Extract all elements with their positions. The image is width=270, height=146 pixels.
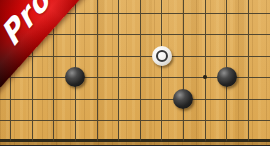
board-cell[interactable] (97, 56, 119, 78)
board-cell[interactable] (97, 34, 119, 56)
board-cell[interactable] (53, 99, 75, 121)
circle-marker (156, 50, 168, 62)
board-cell[interactable] (205, 120, 227, 142)
board-bottom-edge (0, 142, 270, 146)
board-cell[interactable] (75, 99, 97, 121)
board-cell[interactable] (226, 34, 248, 56)
board-cell[interactable] (248, 56, 270, 78)
board-cell[interactable] (183, 34, 205, 56)
board-cell[interactable] (140, 77, 162, 99)
board-cell[interactable] (53, 120, 75, 142)
board-cell[interactable] (161, 13, 183, 35)
board-cell[interactable] (75, 0, 97, 13)
board-cell[interactable] (10, 120, 32, 142)
board-cell[interactable] (97, 120, 119, 142)
board-cell[interactable] (10, 77, 32, 99)
board-cell[interactable] (118, 120, 140, 142)
black-stone[interactable] (217, 67, 237, 87)
board-cell[interactable] (205, 13, 227, 35)
board-cell[interactable] (97, 77, 119, 99)
board-cell[interactable] (118, 77, 140, 99)
board-cell[interactable] (118, 99, 140, 121)
board-cell[interactable] (32, 77, 54, 99)
board-cell[interactable] (248, 120, 270, 142)
board-cell[interactable] (248, 77, 270, 99)
board-cell[interactable] (248, 0, 270, 13)
board-cell[interactable] (97, 99, 119, 121)
board-cell[interactable] (140, 120, 162, 142)
board-cell[interactable] (118, 0, 140, 13)
star-point (203, 75, 207, 79)
board-cell[interactable] (183, 13, 205, 35)
go-app-screenshot: Pro (0, 0, 270, 145)
board-cell[interactable] (140, 0, 162, 13)
board-cell[interactable] (140, 13, 162, 35)
board-cell[interactable] (161, 0, 183, 13)
board-cell[interactable] (248, 34, 270, 56)
board-cell[interactable] (118, 13, 140, 35)
board-cell[interactable] (183, 0, 205, 13)
board-cell[interactable] (118, 34, 140, 56)
board-cell[interactable] (75, 13, 97, 35)
board-cell[interactable] (10, 99, 32, 121)
board-cell[interactable] (248, 13, 270, 35)
board-cell[interactable] (75, 34, 97, 56)
board-cell[interactable] (226, 120, 248, 142)
board-cell[interactable] (32, 99, 54, 121)
board-cell[interactable] (97, 0, 119, 13)
black-stone[interactable] (173, 89, 193, 109)
board-cell[interactable] (75, 120, 97, 142)
board-cell[interactable] (183, 120, 205, 142)
black-stone[interactable] (65, 67, 85, 87)
board-cell[interactable] (0, 120, 10, 142)
board-cell[interactable] (226, 99, 248, 121)
board-cell[interactable] (205, 0, 227, 13)
board-cell[interactable] (226, 0, 248, 13)
board-cell[interactable] (248, 99, 270, 121)
board-cell[interactable] (0, 99, 10, 121)
board-cell[interactable] (140, 99, 162, 121)
board-cell[interactable] (161, 120, 183, 142)
board-cell[interactable] (97, 13, 119, 35)
board-cell[interactable] (32, 56, 54, 78)
board-cell[interactable] (53, 34, 75, 56)
board-cell[interactable] (32, 120, 54, 142)
board-cell[interactable] (118, 56, 140, 78)
board-cell[interactable] (183, 56, 205, 78)
board-cell[interactable] (226, 13, 248, 35)
white-stone[interactable] (152, 46, 172, 66)
board-cell[interactable] (205, 34, 227, 56)
board-cell[interactable] (205, 99, 227, 121)
